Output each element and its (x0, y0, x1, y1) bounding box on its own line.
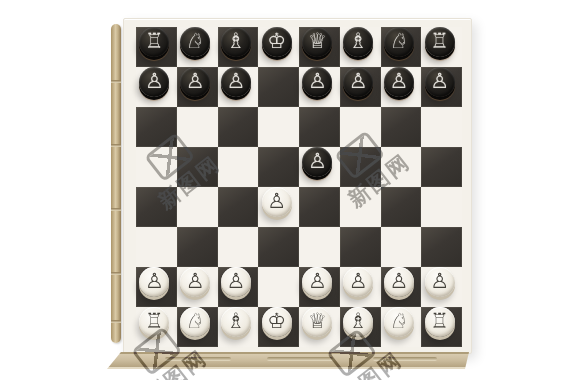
square-h6[interactable] (421, 107, 462, 147)
black-king-d8[interactable]: ♔ (262, 27, 292, 57)
black-pawn-g7[interactable]: ♙ (384, 67, 414, 97)
board-hinge-rod (111, 24, 121, 343)
square-a5[interactable] (136, 147, 177, 187)
black-knight-g8[interactable]: ♘ (384, 27, 414, 57)
black-knight-b8[interactable]: ♘ (180, 27, 210, 57)
square-b6[interactable] (177, 107, 218, 147)
pawn-icon: ♙ (384, 267, 414, 297)
chess-board: ♖♘♗♔♕♗♘♖♙♙♙♙♙♙♙♙♙♙♙♙♙♙♙♙♖♘♗♔♕♗♘♖ (123, 18, 472, 354)
pawn-icon: ♙ (302, 267, 332, 297)
hinge-joint (111, 80, 121, 83)
square-f4[interactable] (340, 187, 381, 227)
square-g3[interactable] (381, 227, 422, 267)
square-f5[interactable] (340, 147, 381, 187)
square-b5[interactable] (177, 147, 218, 187)
black-pawn-a7[interactable]: ♙ (139, 67, 169, 97)
knight-icon: ♘ (384, 27, 414, 57)
pawn-icon: ♙ (302, 147, 332, 177)
black-rook-a8[interactable]: ♖ (139, 27, 169, 57)
square-d7[interactable] (258, 67, 299, 107)
bishop-icon: ♗ (343, 307, 373, 337)
pawn-icon: ♙ (343, 267, 373, 297)
bishop-icon: ♗ (343, 27, 373, 57)
hinge-joint (111, 272, 121, 275)
photo-canvas: ♖♘♗♔♕♗♘♖♙♙♙♙♙♙♙♙♙♙♙♙♙♙♙♙♖♘♗♔♕♗♘♖ 新图网新图网新… (0, 0, 571, 380)
edge-latch-slot (373, 357, 437, 361)
pawn-icon: ♙ (343, 67, 373, 97)
pawn-icon: ♙ (302, 67, 332, 97)
white-pawn-f2[interactable]: ♙ (343, 267, 373, 297)
square-c5[interactable] (218, 147, 259, 187)
bishop-icon: ♗ (221, 307, 251, 337)
pawn-icon: ♙ (221, 267, 251, 297)
square-d2[interactable] (258, 267, 299, 307)
pawn-icon: ♙ (180, 67, 210, 97)
black-queen-e8[interactable]: ♕ (302, 27, 332, 57)
square-e6[interactable] (299, 107, 340, 147)
square-h5[interactable] (421, 147, 462, 187)
black-pawn-f7[interactable]: ♙ (343, 67, 373, 97)
white-pawn-h2[interactable]: ♙ (425, 267, 455, 297)
square-c6[interactable] (218, 107, 259, 147)
king-icon: ♔ (262, 307, 292, 337)
rook-icon: ♖ (425, 307, 455, 337)
rook-icon: ♖ (139, 307, 169, 337)
square-f6[interactable] (340, 107, 381, 147)
pawn-icon: ♙ (139, 267, 169, 297)
board-folded-edge (107, 352, 469, 369)
pawn-icon: ♙ (425, 67, 455, 97)
square-d3[interactable] (258, 227, 299, 267)
hinge-joint (111, 320, 121, 323)
rook-icon: ♖ (139, 27, 169, 57)
knight-icon: ♘ (180, 27, 210, 57)
black-pawn-c7[interactable]: ♙ (221, 67, 251, 97)
square-h3[interactable] (421, 227, 462, 267)
pawn-icon: ♙ (384, 67, 414, 97)
white-pawn-a2[interactable]: ♙ (139, 267, 169, 297)
playing-grid: ♖♘♗♔♕♗♘♖♙♙♙♙♙♙♙♙♙♙♙♙♙♙♙♙♖♘♗♔♕♗♘♖ (136, 27, 462, 347)
black-pawn-e7[interactable]: ♙ (302, 67, 332, 97)
square-f3[interactable] (340, 227, 381, 267)
black-pawn-h7[interactable]: ♙ (425, 67, 455, 97)
hinge-joint (111, 208, 121, 211)
square-c3[interactable] (218, 227, 259, 267)
white-king-d1[interactable]: ♔ (262, 307, 292, 337)
pawn-icon: ♙ (139, 67, 169, 97)
edge-latch-slot (165, 357, 231, 361)
square-c4[interactable] (218, 187, 259, 227)
white-bishop-f1[interactable]: ♗ (343, 307, 373, 337)
black-rook-h8[interactable]: ♖ (425, 27, 455, 57)
pawn-icon: ♙ (180, 267, 210, 297)
square-e4[interactable] (299, 187, 340, 227)
square-a3[interactable] (136, 227, 177, 267)
square-d6[interactable] (258, 107, 299, 147)
rook-icon: ♖ (425, 27, 455, 57)
king-icon: ♔ (262, 27, 292, 57)
knight-icon: ♘ (384, 307, 414, 337)
white-pawn-d4[interactable]: ♙ (262, 187, 292, 217)
square-a6[interactable] (136, 107, 177, 147)
white-bishop-c1[interactable]: ♗ (221, 307, 251, 337)
queen-icon: ♕ (302, 27, 332, 57)
edge-ridge (107, 352, 469, 354)
white-queen-e1[interactable]: ♕ (302, 307, 332, 337)
queen-icon: ♕ (302, 307, 332, 337)
square-g4[interactable] (381, 187, 422, 227)
square-h4[interactable] (421, 187, 462, 227)
white-pawn-e2[interactable]: ♙ (302, 267, 332, 297)
square-b3[interactable] (177, 227, 218, 267)
white-rook-h1[interactable]: ♖ (425, 307, 455, 337)
hinge-joint (111, 144, 121, 147)
pawn-icon: ♙ (221, 67, 251, 97)
square-e3[interactable] (299, 227, 340, 267)
white-rook-a1[interactable]: ♖ (139, 307, 169, 337)
square-g6[interactable] (381, 107, 422, 147)
square-d5[interactable] (258, 147, 299, 187)
white-knight-g1[interactable]: ♘ (384, 307, 414, 337)
edge-latch-slot (267, 357, 333, 361)
bishop-icon: ♗ (221, 27, 251, 57)
black-bishop-c8[interactable]: ♗ (221, 27, 251, 57)
white-pawn-b2[interactable]: ♙ (180, 267, 210, 297)
white-pawn-c2[interactable]: ♙ (221, 267, 251, 297)
black-bishop-f8[interactable]: ♗ (343, 27, 373, 57)
pawn-icon: ♙ (262, 187, 292, 217)
white-knight-b1[interactable]: ♘ (180, 307, 210, 337)
black-pawn-b7[interactable]: ♙ (180, 67, 210, 97)
square-g5[interactable] (381, 147, 422, 187)
square-b4[interactable] (177, 187, 218, 227)
black-pawn-e5[interactable]: ♙ (302, 147, 332, 177)
knight-icon: ♘ (180, 307, 210, 337)
pawn-icon: ♙ (425, 267, 455, 297)
square-a4[interactable] (136, 187, 177, 227)
white-pawn-g2[interactable]: ♙ (384, 267, 414, 297)
